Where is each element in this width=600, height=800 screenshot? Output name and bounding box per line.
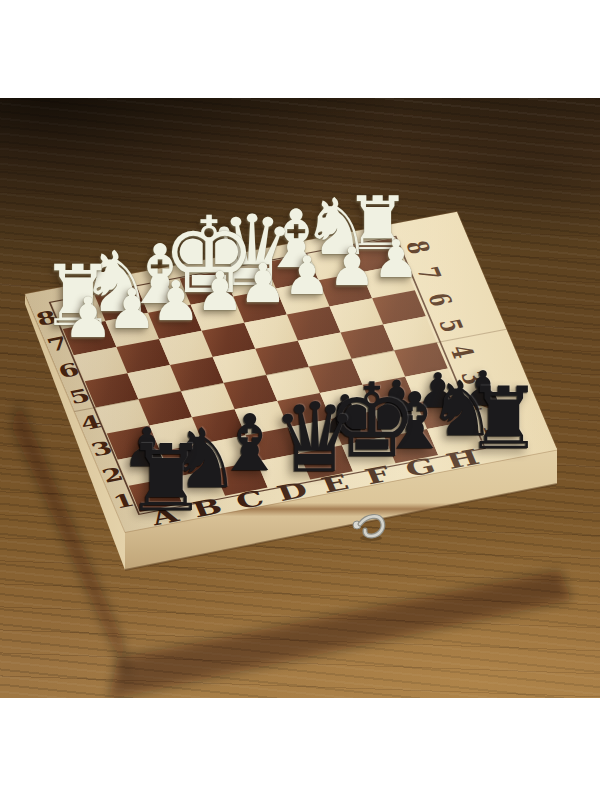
rank-label-right-5: 5 bbox=[425, 312, 476, 340]
rank-label-right-7: 7 bbox=[403, 259, 454, 287]
file-label-h: H bbox=[438, 446, 488, 471]
product-photo-page: 8765432187654321ABCDEFGH ♜♞♝♚♛♝♞♜♟♟♟♟♟♟♟… bbox=[0, 0, 600, 800]
file-label-c: C bbox=[225, 487, 275, 512]
rank-label-right-1: 1 bbox=[469, 416, 520, 444]
file-label-g: G bbox=[395, 454, 445, 479]
rank-label-right-3: 3 bbox=[447, 364, 498, 392]
board-shadow bbox=[108, 570, 572, 698]
wood-table-background: 8765432187654321ABCDEFGH ♜♞♝♚♛♝♞♜♟♟♟♟♟♟♟… bbox=[0, 98, 600, 698]
file-label-b: B bbox=[182, 495, 232, 520]
rank-label-right-4: 4 bbox=[436, 338, 487, 366]
rank-label-right-8: 8 bbox=[392, 233, 443, 261]
file-label-d: D bbox=[267, 478, 317, 503]
rank-label-right-6: 6 bbox=[414, 285, 465, 313]
rank-label-right-2: 2 bbox=[458, 390, 509, 418]
file-label-e: E bbox=[310, 470, 360, 495]
file-label-a: A bbox=[139, 503, 189, 528]
